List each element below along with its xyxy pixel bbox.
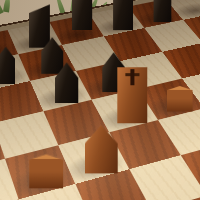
- board-scene: [0, 0, 200, 200]
- piece-black-bishop[interactable]: [29, 4, 50, 47]
- piece-white-king[interactable]: [117, 67, 147, 123]
- piece-black-queen[interactable]: [72, 0, 92, 39]
- piece-white-pawn[interactable]: [167, 86, 193, 112]
- piece-black-king[interactable]: [113, 0, 133, 30]
- square-d8[interactable]: [49, 14, 104, 45]
- board-frame: [0, 0, 200, 200]
- chess-board: [0, 0, 200, 200]
- square-d3[interactable]: [129, 155, 200, 200]
- photo-of-chess-set: [0, 0, 200, 200]
- piece-black-rook[interactable]: [154, 0, 172, 22]
- piece-black-bishop[interactable]: [192, 0, 200, 14]
- piece-white-pawn[interactable]: [29, 154, 63, 188]
